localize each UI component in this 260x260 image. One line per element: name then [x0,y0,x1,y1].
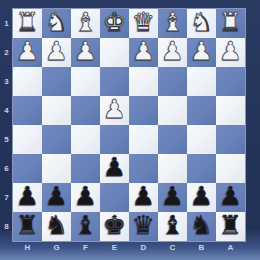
square-h7[interactable]: ♟ [13,183,42,212]
square-d2[interactable]: ♟ [129,38,158,67]
white-pawn-piece[interactable]: ♟ [190,37,213,66]
square-d5[interactable] [129,125,158,154]
square-c8[interactable]: ♝ [158,212,187,241]
square-h8[interactable]: ♜ [13,212,42,241]
square-h4[interactable] [13,96,42,125]
square-a7[interactable]: ♟ [216,183,245,212]
square-b8[interactable]: ♞ [187,212,216,241]
white-pawn-piece[interactable]: ♟ [132,37,155,66]
square-a5[interactable] [216,125,245,154]
black-pawn-piece[interactable]: ♟ [219,182,242,211]
rank-labels: 12345678 [0,9,13,241]
square-c2[interactable]: ♟ [158,38,187,67]
black-knight-piece[interactable]: ♞ [190,211,213,240]
file-label-g: G [42,241,71,254]
rank-label-4: 4 [0,96,13,125]
square-d4[interactable] [129,96,158,125]
square-e6[interactable]: ♟ [100,154,129,183]
square-b3[interactable] [187,67,216,96]
square-d6[interactable] [129,154,158,183]
chess-board-widget: 12345678 HGFEDCBA ♜♞♝♚♛♝♞♜♟♟♟♟♟♟♟♟♟♟♟♟♟♟… [0,0,260,260]
square-g8[interactable]: ♞ [42,212,71,241]
file-label-c: C [158,241,187,254]
black-pawn-piece[interactable]: ♟ [132,182,155,211]
white-pawn-piece[interactable]: ♟ [103,95,126,124]
square-f8[interactable]: ♝ [71,212,100,241]
square-b1[interactable]: ♞ [187,9,216,38]
white-pawn-piece[interactable]: ♟ [161,37,184,66]
square-g1[interactable]: ♞ [42,9,71,38]
chess-board: ♜♞♝♚♛♝♞♜♟♟♟♟♟♟♟♟♟♟♟♟♟♟♟♟♜♞♝♚♛♝♞♜ [13,9,245,241]
file-label-h: H [13,241,42,254]
white-king-piece[interactable]: ♚ [103,8,126,37]
square-f2[interactable]: ♟ [71,38,100,67]
square-d1[interactable]: ♛ [129,9,158,38]
square-c7[interactable]: ♟ [158,183,187,212]
black-king-piece[interactable]: ♚ [103,211,126,240]
square-b5[interactable] [187,125,216,154]
square-e3[interactable] [100,67,129,96]
square-h5[interactable] [13,125,42,154]
square-d7[interactable]: ♟ [129,183,158,212]
square-f4[interactable] [71,96,100,125]
square-e8[interactable]: ♚ [100,212,129,241]
square-f1[interactable]: ♝ [71,9,100,38]
square-h1[interactable]: ♜ [13,9,42,38]
square-h6[interactable] [13,154,42,183]
square-f3[interactable] [71,67,100,96]
square-f5[interactable] [71,125,100,154]
rank-label-2: 2 [0,38,13,67]
black-knight-piece[interactable]: ♞ [45,211,68,240]
white-pawn-piece[interactable]: ♟ [74,37,97,66]
square-c5[interactable] [158,125,187,154]
square-a1[interactable]: ♜ [216,9,245,38]
square-a3[interactable] [216,67,245,96]
square-e4[interactable]: ♟ [100,96,129,125]
square-g2[interactable]: ♟ [42,38,71,67]
black-rook-piece[interactable]: ♜ [219,211,242,240]
file-label-d: D [129,241,158,254]
black-bishop-piece[interactable]: ♝ [74,211,97,240]
square-h3[interactable] [13,67,42,96]
square-e5[interactable] [100,125,129,154]
square-f6[interactable] [71,154,100,183]
white-pawn-piece[interactable]: ♟ [16,37,39,66]
rank-label-6: 6 [0,154,13,183]
square-d8[interactable]: ♛ [129,212,158,241]
square-b4[interactable] [187,96,216,125]
rank-label-5: 5 [0,125,13,154]
square-b7[interactable]: ♟ [187,183,216,212]
black-pawn-piece[interactable]: ♟ [45,182,68,211]
square-g7[interactable]: ♟ [42,183,71,212]
white-rook-piece[interactable]: ♜ [219,8,242,37]
rank-label-3: 3 [0,67,13,96]
square-a6[interactable] [216,154,245,183]
black-pawn-piece[interactable]: ♟ [161,182,184,211]
square-e1[interactable]: ♚ [100,9,129,38]
square-h2[interactable]: ♟ [13,38,42,67]
square-c1[interactable]: ♝ [158,9,187,38]
black-pawn-piece[interactable]: ♟ [190,182,213,211]
square-g3[interactable] [42,67,71,96]
rank-label-1: 1 [0,9,13,38]
white-pawn-piece[interactable]: ♟ [45,37,68,66]
square-b6[interactable] [187,154,216,183]
square-c4[interactable] [158,96,187,125]
file-labels: HGFEDCBA [13,241,245,254]
black-rook-piece[interactable]: ♜ [16,211,39,240]
white-pawn-piece[interactable]: ♟ [219,37,242,66]
square-g5[interactable] [42,125,71,154]
rank-label-8: 8 [0,212,13,241]
black-queen-piece[interactable]: ♛ [132,211,155,240]
file-label-e: E [100,241,129,254]
white-bishop-piece[interactable]: ♝ [74,8,97,37]
file-label-a: A [216,241,245,254]
square-a4[interactable] [216,96,245,125]
square-a2[interactable]: ♟ [216,38,245,67]
file-label-b: B [187,241,216,254]
square-e2[interactable] [100,38,129,67]
square-c3[interactable] [158,67,187,96]
square-d3[interactable] [129,67,158,96]
white-knight-piece[interactable]: ♞ [190,8,213,37]
white-rook-piece[interactable]: ♜ [16,8,39,37]
black-pawn-piece[interactable]: ♟ [103,153,126,182]
white-bishop-piece[interactable]: ♝ [161,8,184,37]
white-knight-piece[interactable]: ♞ [45,8,68,37]
square-e7[interactable] [100,183,129,212]
square-g4[interactable] [42,96,71,125]
black-pawn-piece[interactable]: ♟ [74,182,97,211]
square-a8[interactable]: ♜ [216,212,245,241]
square-b2[interactable]: ♟ [187,38,216,67]
square-f7[interactable]: ♟ [71,183,100,212]
square-g6[interactable] [42,154,71,183]
square-c6[interactable] [158,154,187,183]
black-pawn-piece[interactable]: ♟ [16,182,39,211]
black-bishop-piece[interactable]: ♝ [161,211,184,240]
rank-label-7: 7 [0,183,13,212]
file-label-f: F [71,241,100,254]
white-queen-piece[interactable]: ♛ [132,8,155,37]
